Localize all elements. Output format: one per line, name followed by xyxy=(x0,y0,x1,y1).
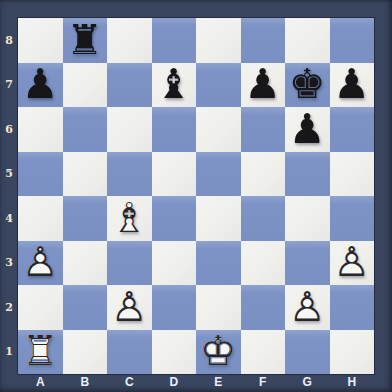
square-d8[interactable] xyxy=(152,18,197,63)
white-king-outline: ♔ xyxy=(196,330,241,375)
square-g1[interactable] xyxy=(285,330,330,375)
square-f4[interactable] xyxy=(241,196,286,241)
square-g4[interactable] xyxy=(285,196,330,241)
rank-label-4: 4 xyxy=(0,196,18,241)
square-a1[interactable]: ♜♖ xyxy=(18,330,63,375)
file-label-g: G xyxy=(285,374,330,392)
square-d3[interactable] xyxy=(152,241,197,286)
square-c8[interactable] xyxy=(107,18,152,63)
square-h4[interactable] xyxy=(330,196,375,241)
file-label-h: H xyxy=(330,374,375,392)
square-h1[interactable] xyxy=(330,330,375,375)
square-h5[interactable] xyxy=(330,152,375,197)
rank-label-3: 3 xyxy=(0,241,18,286)
square-h2[interactable] xyxy=(330,285,375,330)
square-d6[interactable] xyxy=(152,107,197,152)
square-e1[interactable]: ♚♔ xyxy=(196,330,241,375)
square-g6[interactable]: ♟ xyxy=(285,107,330,152)
square-f2[interactable] xyxy=(241,285,286,330)
square-b8[interactable]: ♜ xyxy=(63,18,108,63)
square-c7[interactable] xyxy=(107,63,152,108)
file-label-d: D xyxy=(152,374,197,392)
square-d2[interactable] xyxy=(152,285,197,330)
white-rook-outline: ♖ xyxy=(18,330,63,375)
white-pawn-piece: ♟ xyxy=(330,241,375,286)
chess-diagram: 87654321 ♜♟♝♟♚♟♟♝♗♟♙♟♙♟♙♟♙♜♖♚♔ ABCDEFGH xyxy=(0,0,392,392)
black-pawn-piece: ♟ xyxy=(241,63,286,108)
square-a4[interactable] xyxy=(18,196,63,241)
white-pawn-piece: ♟ xyxy=(107,285,152,330)
rank-label-5: 5 xyxy=(0,152,18,197)
rank-labels: 87654321 xyxy=(0,18,18,374)
white-pawn-outline: ♙ xyxy=(330,241,375,286)
square-a3[interactable]: ♟♙ xyxy=(18,241,63,286)
square-c4[interactable]: ♝♗ xyxy=(107,196,152,241)
square-a8[interactable] xyxy=(18,18,63,63)
square-e8[interactable] xyxy=(196,18,241,63)
square-f8[interactable] xyxy=(241,18,286,63)
file-labels: ABCDEFGH xyxy=(18,374,374,392)
black-king-piece: ♚ xyxy=(285,63,330,108)
square-c1[interactable] xyxy=(107,330,152,375)
rank-label-8: 8 xyxy=(0,18,18,63)
rank-label-1: 1 xyxy=(0,330,18,375)
white-pawn-outline: ♙ xyxy=(18,241,63,286)
white-rook-piece: ♜ xyxy=(18,330,63,375)
square-h3[interactable]: ♟♙ xyxy=(330,241,375,286)
square-b5[interactable] xyxy=(63,152,108,197)
chess-board: ♜♟♝♟♚♟♟♝♗♟♙♟♙♟♙♟♙♜♖♚♔ xyxy=(18,18,374,374)
square-a5[interactable] xyxy=(18,152,63,197)
square-c2[interactable]: ♟♙ xyxy=(107,285,152,330)
square-d4[interactable] xyxy=(152,196,197,241)
square-h8[interactable] xyxy=(330,18,375,63)
square-f7[interactable]: ♟ xyxy=(241,63,286,108)
black-pawn-piece: ♟ xyxy=(330,63,375,108)
file-label-c: C xyxy=(107,374,152,392)
white-pawn-outline: ♙ xyxy=(107,285,152,330)
square-a6[interactable] xyxy=(18,107,63,152)
white-bishop-outline: ♗ xyxy=(107,196,152,241)
square-g5[interactable] xyxy=(285,152,330,197)
file-label-a: A xyxy=(18,374,63,392)
square-b2[interactable] xyxy=(63,285,108,330)
rank-label-2: 2 xyxy=(0,285,18,330)
rank-label-7: 7 xyxy=(0,63,18,108)
black-rook-piece: ♜ xyxy=(63,18,108,63)
square-a7[interactable]: ♟ xyxy=(18,63,63,108)
square-c5[interactable] xyxy=(107,152,152,197)
square-f1[interactable] xyxy=(241,330,286,375)
square-b1[interactable] xyxy=(63,330,108,375)
file-label-f: F xyxy=(241,374,286,392)
white-bishop-piece: ♝ xyxy=(107,196,152,241)
square-e3[interactable] xyxy=(196,241,241,286)
square-b3[interactable] xyxy=(63,241,108,286)
square-d5[interactable] xyxy=(152,152,197,197)
square-b6[interactable] xyxy=(63,107,108,152)
square-e6[interactable] xyxy=(196,107,241,152)
square-g3[interactable] xyxy=(285,241,330,286)
square-f5[interactable] xyxy=(241,152,286,197)
square-d1[interactable] xyxy=(152,330,197,375)
square-b7[interactable] xyxy=(63,63,108,108)
black-pawn-piece: ♟ xyxy=(285,107,330,152)
white-pawn-outline: ♙ xyxy=(285,285,330,330)
white-king-piece: ♚ xyxy=(196,330,241,375)
black-bishop-piece: ♝ xyxy=(152,63,197,108)
white-pawn-piece: ♟ xyxy=(285,285,330,330)
square-h6[interactable] xyxy=(330,107,375,152)
file-label-b: B xyxy=(63,374,108,392)
square-g2[interactable]: ♟♙ xyxy=(285,285,330,330)
black-pawn-piece: ♟ xyxy=(18,63,63,108)
square-f3[interactable] xyxy=(241,241,286,286)
rank-label-6: 6 xyxy=(0,107,18,152)
square-b4[interactable] xyxy=(63,196,108,241)
square-g8[interactable] xyxy=(285,18,330,63)
square-e4[interactable] xyxy=(196,196,241,241)
square-e2[interactable] xyxy=(196,285,241,330)
square-c3[interactable] xyxy=(107,241,152,286)
file-label-e: E xyxy=(196,374,241,392)
square-h7[interactable]: ♟ xyxy=(330,63,375,108)
square-d7[interactable]: ♝ xyxy=(152,63,197,108)
square-g7[interactable]: ♚ xyxy=(285,63,330,108)
square-e5[interactable] xyxy=(196,152,241,197)
square-e7[interactable] xyxy=(196,63,241,108)
square-f6[interactable] xyxy=(241,107,286,152)
square-a2[interactable] xyxy=(18,285,63,330)
white-pawn-piece: ♟ xyxy=(18,241,63,286)
square-c6[interactable] xyxy=(107,107,152,152)
